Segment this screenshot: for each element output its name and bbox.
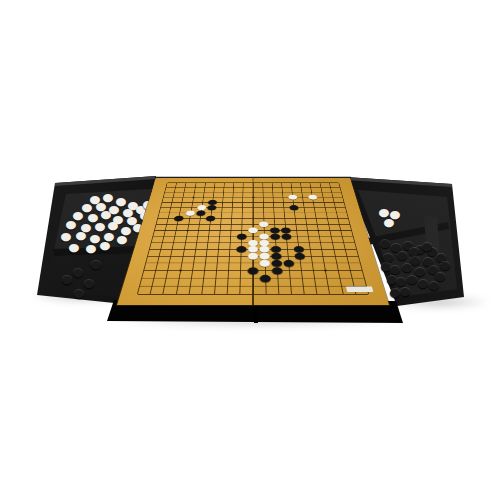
board-stone-white: ● bbox=[247, 251, 259, 260]
tray-stone-black: ● bbox=[434, 270, 445, 281]
board-stone-white: ● bbox=[258, 220, 269, 227]
grid-line-horizontal bbox=[140, 286, 367, 287]
board-stone-black: ● bbox=[206, 204, 217, 211]
tray-stone-black: ● bbox=[421, 240, 432, 251]
board-stone-black: ● bbox=[270, 232, 282, 240]
tray-stone-black: ● bbox=[399, 285, 410, 296]
board-stone-black: ● bbox=[271, 265, 284, 274]
go-board: ●●●●●●●●●●●●●●●●●●●●●●●●●●●●●●●●●●● bbox=[117, 178, 389, 305]
board-stone-white: ● bbox=[248, 226, 259, 234]
board-stone-black: ● bbox=[236, 245, 248, 254]
board-stone-black: ● bbox=[173, 215, 185, 222]
board-stone-black: ● bbox=[259, 273, 272, 283]
tray-stone-black: ● bbox=[406, 273, 417, 284]
tray-stone-black: ● bbox=[417, 277, 428, 288]
board-stone-black: ● bbox=[205, 215, 216, 222]
tray-stone-black: ● bbox=[389, 286, 400, 297]
star-point bbox=[192, 197, 194, 198]
star-point bbox=[186, 229, 189, 231]
board-stone-white: ● bbox=[288, 194, 299, 200]
board-stone-black: ● bbox=[289, 204, 300, 211]
go-set-photo: ●●●●●●●●●●●●●●●●●●●●●●●●●●●●●●●●●●● ●●●●… bbox=[0, 0, 500, 500]
tray-stone-black: ● bbox=[379, 237, 390, 248]
star-point bbox=[252, 197, 254, 198]
grid-line-horizontal bbox=[137, 294, 368, 295]
board-stone-black: ● bbox=[247, 265, 259, 274]
tray-stone-black: ● bbox=[396, 249, 407, 260]
tray-stone-black: ● bbox=[401, 261, 412, 272]
board-stone-white: ● bbox=[259, 258, 271, 267]
grid-line-horizontal bbox=[142, 278, 365, 279]
tray-stone-white: ● bbox=[383, 216, 394, 227]
board-stone-black: ● bbox=[294, 251, 307, 260]
board-label-sticker bbox=[346, 286, 373, 292]
board-stone-black: ● bbox=[282, 258, 295, 267]
board-grid: ●●●●●●●●●●●●●●●●●●●●●●●●●●●●●●●●●●● bbox=[130, 180, 376, 298]
star-point bbox=[179, 270, 182, 272]
board-stone-white: ● bbox=[307, 194, 318, 200]
board-stone-black: ● bbox=[236, 232, 247, 240]
star-point bbox=[317, 229, 320, 231]
board-stone-black: ● bbox=[281, 232, 293, 240]
